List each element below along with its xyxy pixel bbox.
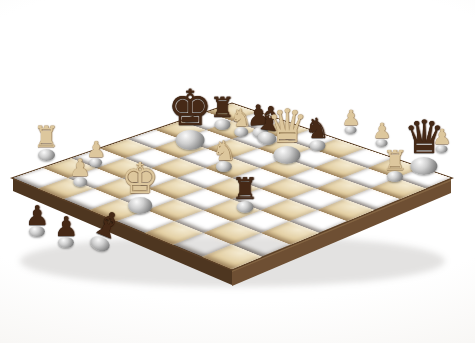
dark-pawn-glyph: ♟	[25, 202, 49, 229]
silver-wobble-base	[58, 237, 74, 248]
piece-light-queen-e6[interactable]: ♛	[266, 103, 307, 164]
silver-wobble-base	[73, 177, 87, 187]
silver-wobble-base	[411, 157, 438, 175]
light-rook-glyph: ♜	[383, 147, 407, 174]
light-knight-glyph: ♞	[212, 137, 236, 164]
silver-wobble-base	[38, 149, 55, 161]
piece-dark-rook-f3[interactable]: ♜	[232, 174, 259, 213]
silver-wobble-base	[29, 226, 45, 237]
piece-dark-pawn-captured: ♟	[25, 202, 49, 237]
piece-light-knight-d5[interactable]: ♞	[212, 137, 236, 172]
silver-wobble-base	[214, 119, 230, 130]
piece-light-pawn-captured: ♟	[373, 121, 392, 147]
silver-wobble-base	[274, 146, 301, 164]
silver-wobble-base	[175, 130, 204, 150]
piece-dark-knight-d8[interactable]: ♞	[304, 115, 329, 151]
piece-light-pawn-captured: ♟	[342, 108, 361, 134]
dark-king-glyph: ♚	[168, 83, 213, 133]
silver-wobble-base	[309, 140, 325, 151]
light-rook-glyph: ♜	[33, 123, 59, 152]
silver-wobble-base	[234, 127, 248, 137]
piece-light-pawn-b1[interactable]: ♟	[69, 156, 91, 187]
piece-light-rook-h7[interactable]: ♜	[383, 147, 407, 182]
light-king-glyph: ♚	[121, 158, 159, 200]
silver-wobble-base	[128, 197, 152, 214]
silver-wobble-base	[216, 161, 232, 172]
dark-pawn-glyph: ♟	[54, 213, 78, 240]
piece-light-king-e1[interactable]: ♚	[121, 158, 159, 214]
silver-wobble-base	[387, 171, 403, 182]
piece-light-rook-a1[interactable]: ♜	[33, 123, 59, 161]
silver-wobble-base	[89, 158, 102, 167]
piece-dark-queen-h8[interactable]: ♛	[403, 114, 444, 175]
light-queen-glyph: ♛	[266, 103, 307, 149]
dark-rook-glyph: ♜	[232, 174, 259, 204]
silver-wobble-base	[345, 126, 357, 134]
dark-queen-glyph: ♛	[403, 114, 444, 160]
chessboard-photo: ♚♜♞♟♝♞♛♞♜♚♟♟♜♜♛♟♟♝♟♟♟	[0, 0, 475, 343]
dark-knight-glyph: ♞	[304, 115, 329, 143]
silver-wobble-base	[237, 201, 254, 213]
piece-dark-king-b5[interactable]: ♚	[168, 83, 213, 150]
piece-dark-pawn-captured: ♟	[54, 213, 78, 248]
